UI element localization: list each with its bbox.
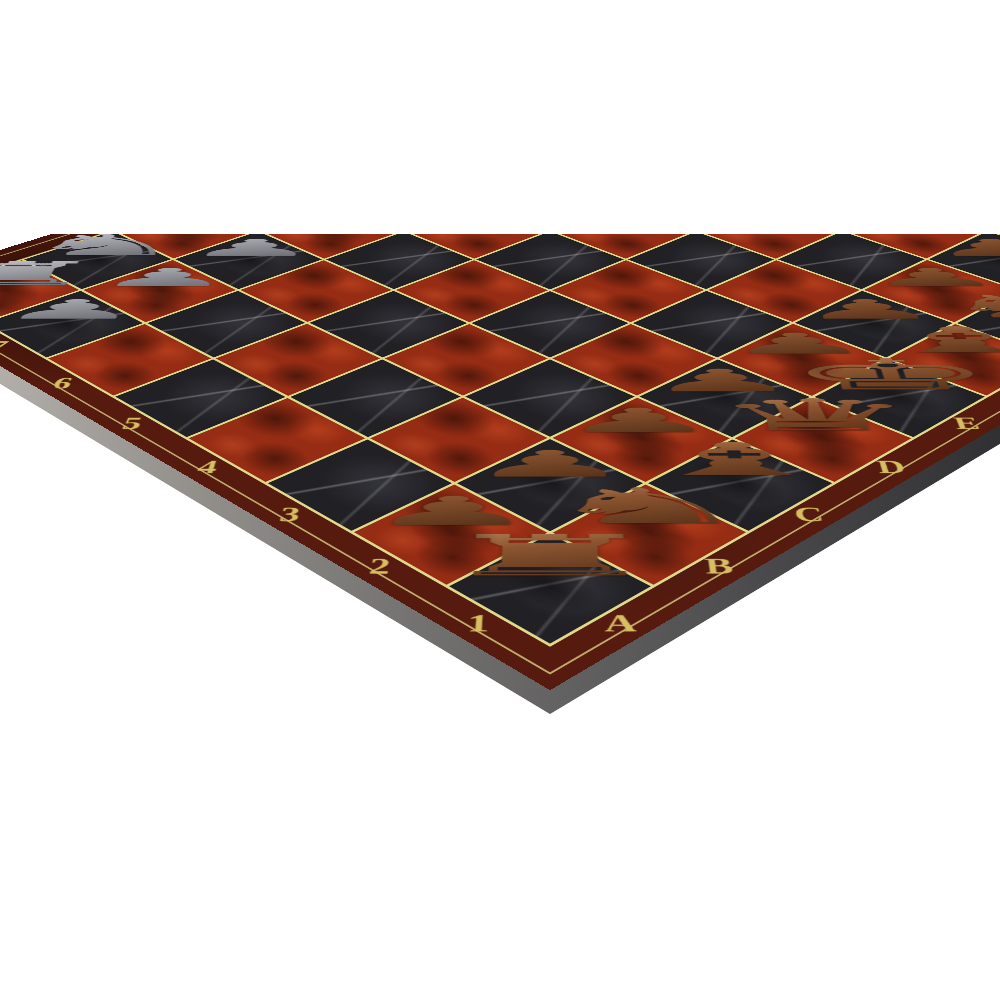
white-crop-band <box>0 0 1000 234</box>
product-photo-stage: 12345678ABCDEFGH ♜♞♝♛♚♝♞♜♟♟♟♟♟♟♟♟♟♟♟♟♟♟♟… <box>0 0 1000 1000</box>
